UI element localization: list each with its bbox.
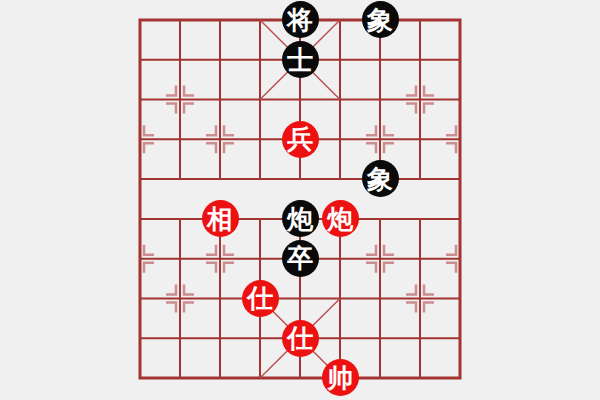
red-advisor-2[interactable]: 仕 [282,320,319,357]
black-advisor[interactable]: 士 [282,41,319,78]
red-cannon[interactable]: 炮 [322,200,359,237]
black-elephant-1-glyph: 象 [367,7,393,33]
black-pawn[interactable]: 卒 [282,240,319,277]
red-advisor-1-glyph: 仕 [247,285,273,311]
red-advisor-1[interactable]: 仕 [242,280,279,317]
red-advisor-2-glyph: 仕 [287,325,313,351]
red-elephant-glyph: 相 [207,206,233,232]
black-cannon[interactable]: 炮 [282,200,319,237]
black-elephant-2[interactable]: 象 [362,160,399,197]
xiangqi-board: 将象士兵象相炮炮卒仕仕帅 [0,0,600,400]
red-general[interactable]: 帅 [322,359,359,396]
black-pawn-glyph: 卒 [287,245,313,271]
red-pawn[interactable]: 兵 [282,121,319,158]
red-elephant[interactable]: 相 [202,200,239,237]
red-pawn-glyph: 兵 [287,126,313,152]
red-cannon-glyph: 炮 [327,206,353,232]
red-general-glyph: 帅 [327,365,353,391]
black-general[interactable]: 将 [282,1,319,38]
black-general-glyph: 将 [287,7,313,33]
piece-grid: 将象士兵象相炮炮卒仕仕帅 [120,0,480,398]
black-elephant-2-glyph: 象 [367,166,393,192]
black-elephant-1[interactable]: 象 [362,1,399,38]
black-cannon-glyph: 炮 [287,206,313,232]
black-advisor-glyph: 士 [287,47,313,73]
